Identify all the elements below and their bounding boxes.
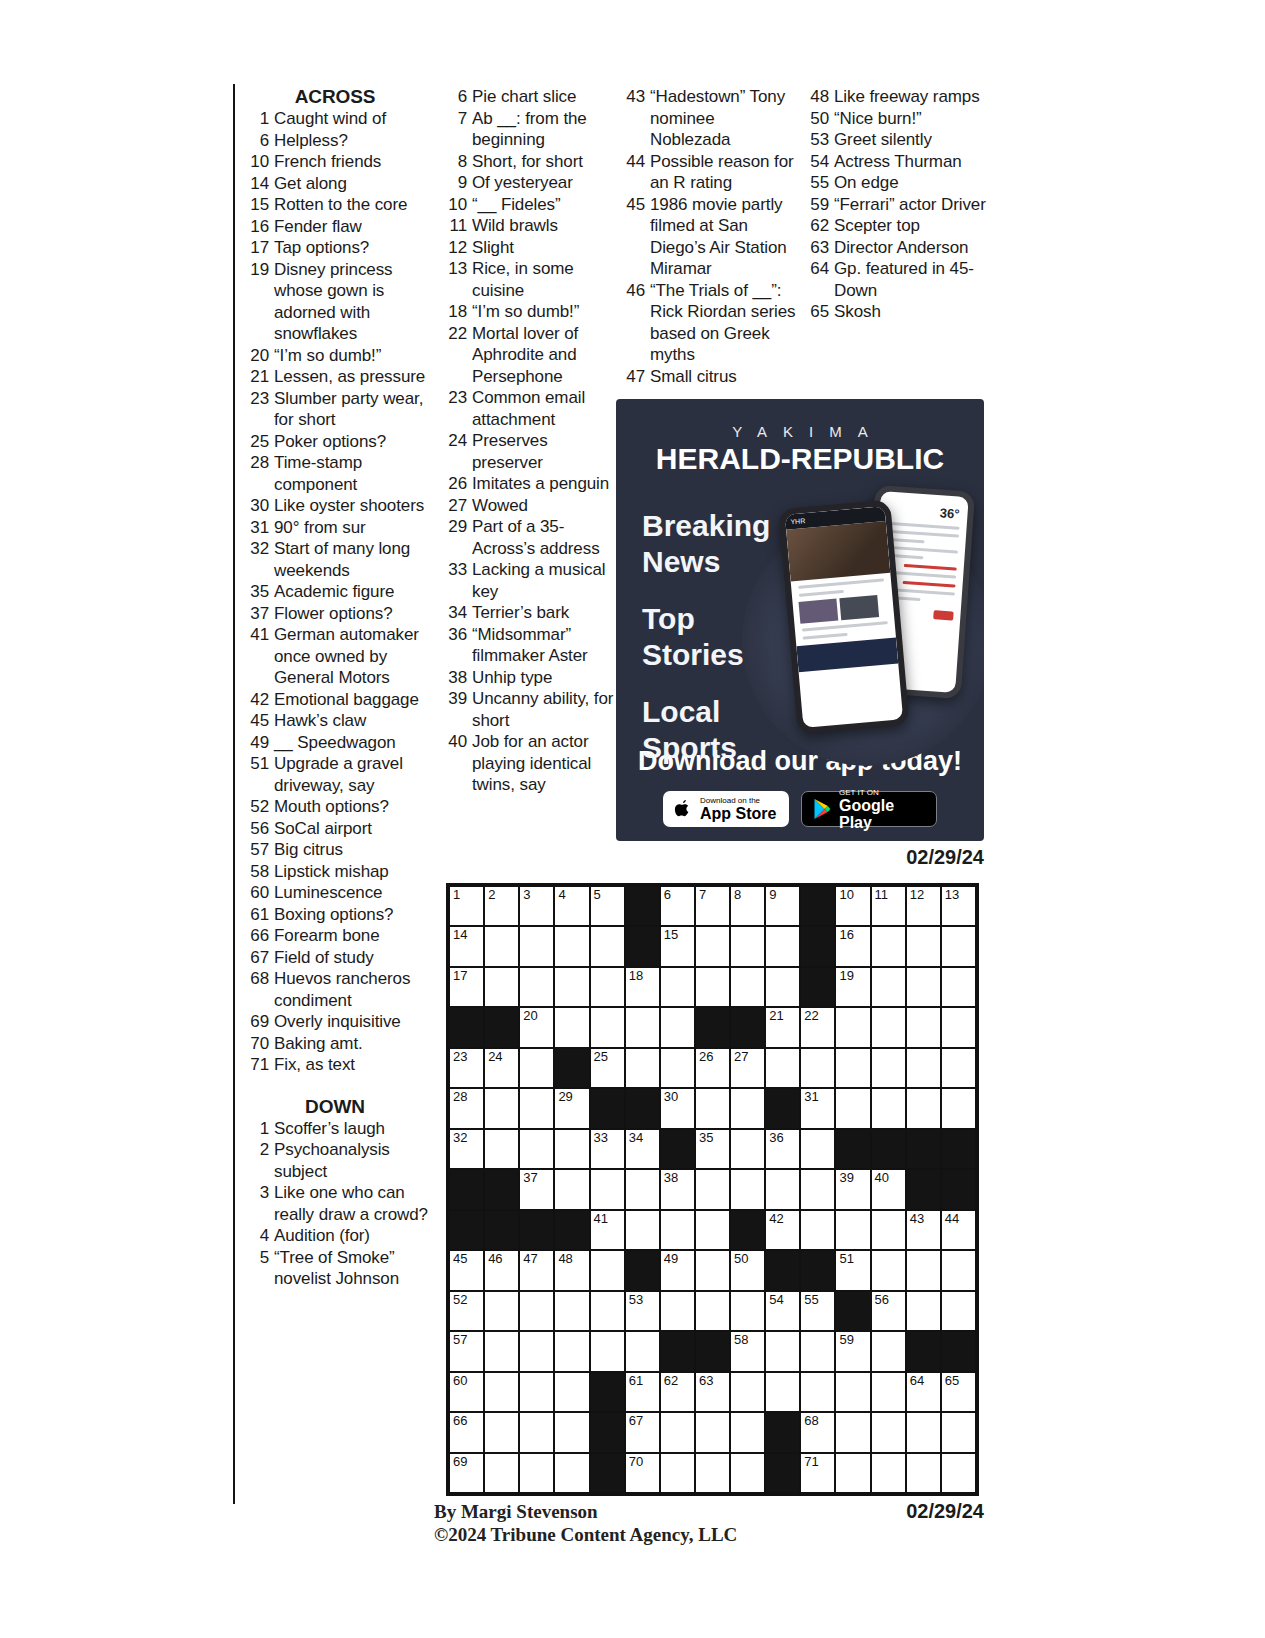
clue-text: Gp. featured in 45-Down <box>834 258 986 301</box>
cell-number-31: 31 <box>804 1090 818 1104</box>
cell-11-15[interactable] <box>941 1291 976 1331</box>
cell-11-6[interactable]: 53 <box>625 1291 660 1331</box>
cell-10-12[interactable]: 51 <box>835 1250 870 1290</box>
cell-5-8[interactable]: 26 <box>695 1048 730 1088</box>
cell-10-3[interactable]: 47 <box>519 1250 554 1290</box>
cell-10-1[interactable]: 45 <box>449 1250 484 1290</box>
cell-9-13[interactable] <box>871 1210 906 1250</box>
cell-14-1[interactable]: 66 <box>449 1412 484 1452</box>
cell-5-3[interactable] <box>519 1048 554 1088</box>
cell-11-1[interactable]: 52 <box>449 1291 484 1331</box>
copyright: ©2024 Tribune Content Agency, LLC <box>434 1523 737 1546</box>
cell-3-12[interactable]: 19 <box>835 967 870 1007</box>
clue-gap <box>242 1076 428 1096</box>
cell-9-6[interactable] <box>625 1210 660 1250</box>
cell-8-5[interactable] <box>590 1169 625 1209</box>
cell-7-8[interactable]: 35 <box>695 1129 730 1169</box>
cell-3-13[interactable] <box>871 967 906 1007</box>
cell-number-68: 68 <box>804 1414 818 1428</box>
cell-number-67: 67 <box>629 1414 643 1428</box>
cell-10-2[interactable]: 46 <box>484 1250 519 1290</box>
clue-number: 38 <box>440 667 472 689</box>
cell-number-55: 55 <box>804 1293 818 1307</box>
cell-7-6[interactable]: 34 <box>625 1129 660 1169</box>
cell-4-15[interactable] <box>941 1007 976 1047</box>
black-cell-13-5 <box>590 1372 625 1412</box>
cell-5-2[interactable]: 24 <box>484 1048 519 1088</box>
cell-4-10[interactable]: 21 <box>765 1007 800 1047</box>
cell-11-4[interactable] <box>554 1291 589 1331</box>
clue-text: Fix, as text <box>274 1054 428 1076</box>
clue-across-31: 3190° from sur <box>242 517 428 539</box>
clue-number: 36 <box>440 624 472 667</box>
cell-number-63: 63 <box>699 1374 713 1388</box>
cell-6-9[interactable] <box>730 1088 765 1128</box>
clue-text: “I’m so dumb!” <box>274 345 428 367</box>
cell-5-13[interactable] <box>871 1048 906 1088</box>
clue-number: 68 <box>242 968 274 1011</box>
cell-2-13[interactable] <box>871 926 906 966</box>
credits: By Margi Stevenson ©2024 Tribune Content… <box>434 1500 737 1546</box>
cell-8-8[interactable] <box>695 1169 730 1209</box>
cell-5-12[interactable] <box>835 1048 870 1088</box>
cell-1-12[interactable]: 10 <box>835 886 870 926</box>
cell-13-7[interactable]: 62 <box>660 1372 695 1412</box>
cell-14-13[interactable] <box>871 1412 906 1452</box>
cell-5-9[interactable]: 27 <box>730 1048 765 1088</box>
cell-number-27: 27 <box>734 1050 748 1064</box>
clue-down-36: 36“Midsommar” filmmaker Aster <box>440 624 622 667</box>
black-cell-4-2 <box>484 1007 519 1047</box>
cell-12-6[interactable] <box>625 1331 660 1371</box>
cell-6-3[interactable] <box>519 1088 554 1128</box>
clue-down-62: 62Scepter top <box>802 215 986 237</box>
clue-across-23: 23Slumber party wear, for short <box>242 388 428 431</box>
cell-number-52: 52 <box>453 1293 467 1307</box>
clue-down-50: 50“Nice burn!” <box>802 108 986 130</box>
cell-number-49: 49 <box>664 1252 678 1266</box>
cell-11-8[interactable] <box>695 1291 730 1331</box>
clue-across-69: 69Overly inquisitive <box>242 1011 428 1033</box>
cell-7-4[interactable] <box>554 1129 589 1169</box>
clue-down-29: 29Part of a 35-Across’s address <box>440 516 622 559</box>
black-cell-7-13 <box>871 1129 906 1169</box>
cell-11-10[interactable]: 54 <box>765 1291 800 1331</box>
cell-13-14[interactable]: 64 <box>906 1372 941 1412</box>
cell-15-1[interactable]: 69 <box>449 1453 484 1493</box>
cell-8-6[interactable] <box>625 1169 660 1209</box>
clue-number: 58 <box>242 861 274 883</box>
cell-1-5[interactable]: 5 <box>590 886 625 926</box>
black-cell-7-15 <box>941 1129 976 1169</box>
cell-number-14: 14 <box>453 928 467 942</box>
clue-number: 40 <box>440 731 472 796</box>
cell-11-3[interactable] <box>519 1291 554 1331</box>
cell-13-4[interactable] <box>554 1372 589 1412</box>
cell-15-12[interactable] <box>835 1453 870 1493</box>
clue-text: Preserves preserver <box>472 430 622 473</box>
cell-10-9[interactable]: 50 <box>730 1250 765 1290</box>
black-cell-10-11 <box>800 1250 835 1290</box>
black-cell-8-2 <box>484 1169 519 1209</box>
cell-14-3[interactable] <box>519 1412 554 1452</box>
cell-number-10: 10 <box>839 888 853 902</box>
clue-across-32: 32Start of many long weekends <box>242 538 428 581</box>
cell-2-4[interactable] <box>554 926 589 966</box>
cell-12-10[interactable] <box>765 1331 800 1371</box>
clue-down-13: 13Rice, in some cuisine <box>440 258 622 301</box>
clue-down-11: 11Wild brawls <box>440 215 622 237</box>
cell-7-11[interactable] <box>800 1129 835 1169</box>
clue-text: Time-stamp component <box>274 452 428 495</box>
cell-15-15[interactable] <box>941 1453 976 1493</box>
clue-across-6: 6Helpless? <box>242 130 428 152</box>
clue-across-60: 60Luminescence <box>242 882 428 904</box>
clue-across-52: 52Mouth options? <box>242 796 428 818</box>
cell-3-14[interactable] <box>906 967 941 1007</box>
clue-number: 34 <box>440 602 472 624</box>
cell-12-1[interactable]: 57 <box>449 1331 484 1371</box>
cell-number-47: 47 <box>523 1252 537 1266</box>
cell-7-10[interactable]: 36 <box>765 1129 800 1169</box>
cell-4-6[interactable] <box>625 1007 660 1047</box>
cell-13-6[interactable]: 61 <box>625 1372 660 1412</box>
cell-12-13[interactable] <box>871 1331 906 1371</box>
cell-1-3[interactable]: 3 <box>519 886 554 926</box>
cell-15-13[interactable] <box>871 1453 906 1493</box>
cell-8-9[interactable] <box>730 1169 765 1209</box>
cell-13-2[interactable] <box>484 1372 519 1412</box>
cell-13-15[interactable]: 65 <box>941 1372 976 1412</box>
cell-7-3[interactable] <box>519 1129 554 1169</box>
cell-4-5[interactable] <box>590 1007 625 1047</box>
cell-number-45: 45 <box>453 1252 467 1266</box>
cell-2-8[interactable] <box>695 926 730 966</box>
black-cell-14-5 <box>590 1412 625 1452</box>
cell-6-1[interactable]: 28 <box>449 1088 484 1128</box>
cell-4-11[interactable]: 22 <box>800 1007 835 1047</box>
cell-11-13[interactable]: 56 <box>871 1291 906 1331</box>
cell-13-13[interactable] <box>871 1372 906 1412</box>
cell-6-15[interactable] <box>941 1088 976 1128</box>
cell-2-9[interactable] <box>730 926 765 966</box>
clue-number: 14 <box>242 173 274 195</box>
ad-store-badges: Download on the App Store GET IT ON Goog… <box>616 791 984 827</box>
cell-7-9[interactable] <box>730 1129 765 1169</box>
cell-9-5[interactable]: 41 <box>590 1210 625 1250</box>
cell-11-2[interactable] <box>484 1291 519 1331</box>
black-cell-12-8 <box>695 1331 730 1371</box>
cell-8-10[interactable] <box>765 1169 800 1209</box>
clue-down-44: 44Possible reason for an R rating <box>618 151 798 194</box>
cell-6-8[interactable] <box>695 1088 730 1128</box>
cell-3-15[interactable] <box>941 967 976 1007</box>
cell-3-7[interactable] <box>660 967 695 1007</box>
cell-14-2[interactable] <box>484 1412 519 1452</box>
cell-number-3: 3 <box>523 888 530 902</box>
clue-text: “Midsommar” filmmaker Aster <box>472 624 622 667</box>
black-cell-12-15 <box>941 1331 976 1371</box>
black-cell-5-4 <box>554 1048 589 1088</box>
clue-down-48: 48Like freeway ramps <box>802 86 986 108</box>
clue-across-1: 1Caught wind of <box>242 108 428 130</box>
cell-14-8[interactable] <box>695 1412 730 1452</box>
clue-down-22: 22Mortal lover of Aphrodite and Persepho… <box>440 323 622 388</box>
cell-12-4[interactable] <box>554 1331 589 1371</box>
cell-14-9[interactable] <box>730 1412 765 1452</box>
cell-12-3[interactable] <box>519 1331 554 1371</box>
cell-14-12[interactable] <box>835 1412 870 1452</box>
cell-15-6[interactable]: 70 <box>625 1453 660 1493</box>
cell-12-5[interactable] <box>590 1331 625 1371</box>
cell-13-9[interactable] <box>730 1372 765 1412</box>
cell-9-10[interactable]: 42 <box>765 1210 800 1250</box>
clue-number: 1 <box>242 1118 274 1140</box>
cell-4-3[interactable]: 20 <box>519 1007 554 1047</box>
cell-15-4[interactable] <box>554 1453 589 1493</box>
clue-text: Of yesteryear <box>472 172 622 194</box>
black-cell-9-2 <box>484 1210 519 1250</box>
cell-9-12[interactable] <box>835 1210 870 1250</box>
clue-text: Unhip type <box>472 667 622 689</box>
cell-14-14[interactable] <box>906 1412 941 1452</box>
cell-2-1[interactable]: 14 <box>449 926 484 966</box>
cell-6-2[interactable] <box>484 1088 519 1128</box>
cell-5-14[interactable] <box>906 1048 941 1088</box>
clue-number: 43 <box>618 86 650 151</box>
clue-text: Scoffer’s laugh <box>274 1118 428 1140</box>
cell-4-14[interactable] <box>906 1007 941 1047</box>
cell-6-14[interactable] <box>906 1088 941 1128</box>
cell-11-7[interactable] <box>660 1291 695 1331</box>
cell-15-2[interactable] <box>484 1453 519 1493</box>
cell-6-4[interactable]: 29 <box>554 1088 589 1128</box>
cell-4-7[interactable] <box>660 1007 695 1047</box>
cell-13-12[interactable] <box>835 1372 870 1412</box>
cell-6-11[interactable]: 31 <box>800 1088 835 1128</box>
cell-3-5[interactable] <box>590 967 625 1007</box>
phone-sports-block <box>796 638 898 673</box>
cell-6-12[interactable] <box>835 1088 870 1128</box>
cell-14-6[interactable]: 67 <box>625 1412 660 1452</box>
cell-number-71: 71 <box>804 1455 818 1469</box>
cell-15-11[interactable]: 71 <box>800 1453 835 1493</box>
black-cell-9-9 <box>730 1210 765 1250</box>
cell-3-8[interactable] <box>695 967 730 1007</box>
cell-10-7[interactable]: 49 <box>660 1250 695 1290</box>
cell-number-11: 11 <box>875 888 889 902</box>
cell-2-5[interactable] <box>590 926 625 966</box>
cell-5-5[interactable]: 25 <box>590 1048 625 1088</box>
clue-down-54: 54Actress Thurman <box>802 151 986 173</box>
cell-7-2[interactable] <box>484 1129 519 1169</box>
cell-11-14[interactable] <box>906 1291 941 1331</box>
clue-across-66: 66Forearm bone <box>242 925 428 947</box>
clue-number: 39 <box>440 688 472 731</box>
cell-3-4[interactable] <box>554 967 589 1007</box>
cell-1-2[interactable]: 2 <box>484 886 519 926</box>
clue-down-64: 64Gp. featured in 45-Down <box>802 258 986 301</box>
cell-number-33: 33 <box>594 1131 608 1145</box>
cell-9-15[interactable]: 44 <box>941 1210 976 1250</box>
cell-15-7[interactable] <box>660 1453 695 1493</box>
clue-text: Poker options? <box>274 431 428 453</box>
cell-3-6[interactable]: 18 <box>625 967 660 1007</box>
cell-number-4: 4 <box>558 888 565 902</box>
cell-6-7[interactable]: 30 <box>660 1088 695 1128</box>
clue-text: “__ Fideles” <box>472 194 622 216</box>
cell-8-7[interactable]: 38 <box>660 1169 695 1209</box>
cell-9-11[interactable] <box>800 1210 835 1250</box>
clue-text: Caught wind of <box>274 108 428 130</box>
clue-down-63: 63Director Anderson <box>802 237 986 259</box>
cell-11-11[interactable]: 55 <box>800 1291 835 1331</box>
clue-number: 63 <box>802 237 834 259</box>
black-cell-14-10 <box>765 1412 800 1452</box>
cell-1-4[interactable]: 4 <box>554 886 589 926</box>
clue-number: 6 <box>440 86 472 108</box>
cell-10-14[interactable] <box>906 1250 941 1290</box>
cell-14-11[interactable]: 68 <box>800 1412 835 1452</box>
cell-number-37: 37 <box>523 1171 537 1185</box>
byline: By Margi Stevenson <box>434 1500 737 1523</box>
cell-11-9[interactable] <box>730 1291 765 1331</box>
cell-1-8[interactable]: 7 <box>695 886 730 926</box>
cell-10-8[interactable] <box>695 1250 730 1290</box>
cell-1-1[interactable]: 1 <box>449 886 484 926</box>
clue-text: Big citrus <box>274 839 428 861</box>
cell-1-10[interactable]: 9 <box>765 886 800 926</box>
cell-9-7[interactable] <box>660 1210 695 1250</box>
cell-12-12[interactable]: 59 <box>835 1331 870 1371</box>
cell-14-15[interactable] <box>941 1412 976 1452</box>
cell-2-14[interactable] <box>906 926 941 966</box>
cell-9-8[interactable] <box>695 1210 730 1250</box>
cell-13-1[interactable]: 60 <box>449 1372 484 1412</box>
cell-10-13[interactable] <box>871 1250 906 1290</box>
cell-5-10[interactable] <box>765 1048 800 1088</box>
cell-5-11[interactable] <box>800 1048 835 1088</box>
clue-down-45: 451986 movie partly filmed at San Diego’… <box>618 194 798 280</box>
clue-text: Pie chart slice <box>472 86 622 108</box>
clue-across-37: 37Flower options? <box>242 603 428 625</box>
cell-13-11[interactable] <box>800 1372 835 1412</box>
cell-15-3[interactable] <box>519 1453 554 1493</box>
cell-1-14[interactable]: 12 <box>906 886 941 926</box>
clue-number: 67 <box>242 947 274 969</box>
clue-across-21: 21Lessen, as pressure <box>242 366 428 388</box>
clue-number: 30 <box>242 495 274 517</box>
cell-15-9[interactable] <box>730 1453 765 1493</box>
cell-3-1[interactable]: 17 <box>449 967 484 1007</box>
cell-5-15[interactable] <box>941 1048 976 1088</box>
newspaper-crossword-page: ACROSS 1Caught wind of6Helpless?10French… <box>0 0 1265 1638</box>
clue-text: 90° from sur <box>274 517 428 539</box>
clue-text: Greet silently <box>834 129 986 151</box>
cell-3-9[interactable] <box>730 967 765 1007</box>
clue-text: Mortal lover of Aphrodite and Persephone <box>472 323 622 388</box>
cell-4-13[interactable] <box>871 1007 906 1047</box>
cell-12-2[interactable] <box>484 1331 519 1371</box>
cell-8-4[interactable] <box>554 1169 589 1209</box>
ad-feature-list: Breaking NewsTop StoriesLocal Sports <box>642 508 770 787</box>
cell-5-6[interactable] <box>625 1048 660 1088</box>
cell-15-14[interactable] <box>906 1453 941 1493</box>
badge-google-small-text: GET IT ON <box>839 788 926 797</box>
clue-across-17: 17Tap options? <box>242 237 428 259</box>
clue-number: 26 <box>440 473 472 495</box>
cell-4-12[interactable] <box>835 1007 870 1047</box>
cell-3-10[interactable] <box>765 967 800 1007</box>
clue-down-7: 7Ab __: from the beginning <box>440 108 622 151</box>
cell-5-7[interactable] <box>660 1048 695 1088</box>
cell-2-7[interactable]: 15 <box>660 926 695 966</box>
cell-2-10[interactable] <box>765 926 800 966</box>
cell-9-14[interactable]: 43 <box>906 1210 941 1250</box>
cell-15-8[interactable] <box>695 1453 730 1493</box>
cell-14-7[interactable] <box>660 1412 695 1452</box>
cell-number-1: 1 <box>453 888 460 902</box>
clue-text: Lipstick mishap <box>274 861 428 883</box>
cell-2-15[interactable] <box>941 926 976 966</box>
cell-4-4[interactable] <box>554 1007 589 1047</box>
cell-number-21: 21 <box>769 1009 783 1023</box>
cell-13-8[interactable]: 63 <box>695 1372 730 1412</box>
clue-across-71: 71Fix, as text <box>242 1054 428 1076</box>
clue-text: Slumber party wear, for short <box>274 388 428 431</box>
cell-number-56: 56 <box>875 1293 889 1307</box>
clue-across-35: 35Academic figure <box>242 581 428 603</box>
cell-13-10[interactable] <box>765 1372 800 1412</box>
cell-8-13[interactable]: 40 <box>871 1169 906 1209</box>
cell-number-39: 39 <box>839 1171 853 1185</box>
cell-3-2[interactable] <box>484 967 519 1007</box>
cell-2-2[interactable] <box>484 926 519 966</box>
cell-number-29: 29 <box>558 1090 572 1104</box>
cell-number-44: 44 <box>945 1212 959 1226</box>
cell-8-3[interactable]: 37 <box>519 1169 554 1209</box>
cell-1-9[interactable]: 8 <box>730 886 765 926</box>
cell-12-9[interactable]: 58 <box>730 1331 765 1371</box>
cell-10-4[interactable]: 48 <box>554 1250 589 1290</box>
cell-2-3[interactable] <box>519 926 554 966</box>
black-cell-15-5 <box>590 1453 625 1493</box>
cell-8-12[interactable]: 39 <box>835 1169 870 1209</box>
clue-number: 24 <box>440 430 472 473</box>
cell-12-11[interactable] <box>800 1331 835 1371</box>
clue-text: “Ferrari” actor Driver <box>834 194 986 216</box>
cell-10-15[interactable] <box>941 1250 976 1290</box>
cell-2-12[interactable]: 16 <box>835 926 870 966</box>
cell-7-5[interactable]: 33 <box>590 1129 625 1169</box>
cell-1-15[interactable]: 13 <box>941 886 976 926</box>
cell-7-1[interactable]: 32 <box>449 1129 484 1169</box>
cell-number-40: 40 <box>875 1171 889 1185</box>
cell-10-5[interactable] <box>590 1250 625 1290</box>
cell-1-13[interactable]: 11 <box>871 886 906 926</box>
cell-1-7[interactable]: 6 <box>660 886 695 926</box>
cell-5-1[interactable]: 23 <box>449 1048 484 1088</box>
cell-13-3[interactable] <box>519 1372 554 1412</box>
cell-14-4[interactable] <box>554 1412 589 1452</box>
cell-8-11[interactable] <box>800 1169 835 1209</box>
cell-6-13[interactable] <box>871 1088 906 1128</box>
cell-11-5[interactable] <box>590 1291 625 1331</box>
cell-3-3[interactable] <box>519 967 554 1007</box>
clue-down-46: 46“The Trials of __”: Rick Riordan serie… <box>618 280 798 366</box>
clue-number: 20 <box>242 345 274 367</box>
clue-number: 28 <box>242 452 274 495</box>
